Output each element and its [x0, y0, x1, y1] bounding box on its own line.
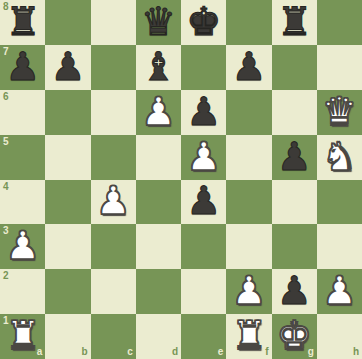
piece-black-pawn[interactable]: ♟ [186, 92, 221, 131]
piece-black-bishop[interactable]: ♝ [141, 47, 176, 86]
square-g8[interactable]: ♜ [272, 0, 317, 45]
piece-white-queen[interactable]: ♛ [322, 92, 357, 131]
square-d1[interactable]: d [136, 314, 181, 359]
square-f5[interactable] [226, 135, 271, 180]
square-b7[interactable]: ♟ [45, 45, 90, 90]
square-a3[interactable]: 3♟ [0, 224, 45, 269]
rank-label-2: 2 [3, 271, 9, 281]
rank-label-4: 4 [3, 182, 9, 192]
square-e1[interactable]: e [181, 314, 226, 359]
square-g5[interactable]: ♟ [272, 135, 317, 180]
square-e6[interactable]: ♟ [181, 90, 226, 135]
square-e4[interactable]: ♟ [181, 180, 226, 225]
piece-black-pawn[interactable]: ♟ [277, 271, 312, 310]
square-c2[interactable] [91, 269, 136, 314]
square-b8[interactable] [45, 0, 90, 45]
square-h5[interactable]: ♞ [317, 135, 362, 180]
square-e2[interactable] [181, 269, 226, 314]
square-e7[interactable] [181, 45, 226, 90]
square-h3[interactable] [317, 224, 362, 269]
square-f7[interactable]: ♟ [226, 45, 271, 90]
square-f4[interactable] [226, 180, 271, 225]
piece-black-rook[interactable]: ♜ [5, 2, 40, 41]
piece-white-pawn[interactable]: ♟ [5, 226, 40, 265]
square-c7[interactable] [91, 45, 136, 90]
piece-white-knight[interactable]: ♞ [322, 137, 357, 176]
square-e5[interactable]: ♟ [181, 135, 226, 180]
square-d2[interactable] [136, 269, 181, 314]
square-g2[interactable]: ♟ [272, 269, 317, 314]
chess-board: 8♜♛♚♜7♟♟♝♟6♟♟♛5♟♟♞4♟♟3♟2♟♟♟1a♜bcdef♜g♚h [0, 0, 362, 359]
square-a6[interactable]: 6 [0, 90, 45, 135]
square-f8[interactable] [226, 0, 271, 45]
piece-black-pawn[interactable]: ♟ [50, 47, 85, 86]
square-a5[interactable]: 5 [0, 135, 45, 180]
file-label-c: c [127, 347, 133, 357]
square-d6[interactable]: ♟ [136, 90, 181, 135]
square-c6[interactable] [91, 90, 136, 135]
square-b1[interactable]: b [45, 314, 90, 359]
rank-label-6: 6 [3, 92, 9, 102]
square-b4[interactable] [45, 180, 90, 225]
piece-black-king[interactable]: ♚ [186, 2, 221, 41]
square-b2[interactable] [45, 269, 90, 314]
square-g3[interactable] [272, 224, 317, 269]
square-h6[interactable]: ♛ [317, 90, 362, 135]
square-b6[interactable] [45, 90, 90, 135]
square-h1[interactable]: h [317, 314, 362, 359]
square-e3[interactable] [181, 224, 226, 269]
square-a8[interactable]: 8♜ [0, 0, 45, 45]
piece-black-pawn[interactable]: ♟ [231, 47, 266, 86]
square-d5[interactable] [136, 135, 181, 180]
square-g1[interactable]: g♚ [272, 314, 317, 359]
piece-white-pawn[interactable]: ♟ [322, 271, 357, 310]
square-h2[interactable]: ♟ [317, 269, 362, 314]
piece-black-pawn[interactable]: ♟ [186, 181, 221, 220]
piece-white-pawn[interactable]: ♟ [186, 137, 221, 176]
square-e8[interactable]: ♚ [181, 0, 226, 45]
piece-white-pawn[interactable]: ♟ [141, 92, 176, 131]
square-d7[interactable]: ♝ [136, 45, 181, 90]
square-d3[interactable] [136, 224, 181, 269]
square-d8[interactable]: ♛ [136, 0, 181, 45]
square-a4[interactable]: 4 [0, 180, 45, 225]
file-label-b: b [81, 347, 87, 357]
square-h7[interactable] [317, 45, 362, 90]
piece-white-rook[interactable]: ♜ [231, 316, 266, 355]
square-d4[interactable] [136, 180, 181, 225]
square-f1[interactable]: f♜ [226, 314, 271, 359]
square-c3[interactable] [91, 224, 136, 269]
piece-white-king[interactable]: ♚ [277, 316, 312, 355]
square-h8[interactable] [317, 0, 362, 45]
square-c4[interactable]: ♟ [91, 180, 136, 225]
square-a7[interactable]: 7♟ [0, 45, 45, 90]
rank-label-5: 5 [3, 137, 9, 147]
square-f2[interactable]: ♟ [226, 269, 271, 314]
square-g4[interactable] [272, 180, 317, 225]
square-b5[interactable] [45, 135, 90, 180]
piece-white-pawn[interactable]: ♟ [231, 271, 266, 310]
piece-black-rook[interactable]: ♜ [277, 2, 312, 41]
square-g6[interactable] [272, 90, 317, 135]
square-g7[interactable] [272, 45, 317, 90]
square-a2[interactable]: 2 [0, 269, 45, 314]
square-c8[interactable] [91, 0, 136, 45]
piece-black-pawn[interactable]: ♟ [5, 47, 40, 86]
square-a1[interactable]: 1a♜ [0, 314, 45, 359]
square-h4[interactable] [317, 180, 362, 225]
square-c5[interactable] [91, 135, 136, 180]
square-f3[interactable] [226, 224, 271, 269]
piece-white-pawn[interactable]: ♟ [96, 181, 131, 220]
file-label-h: h [353, 347, 359, 357]
square-b3[interactable] [45, 224, 90, 269]
piece-white-rook[interactable]: ♜ [5, 316, 40, 355]
file-label-e: e [218, 347, 224, 357]
piece-black-queen[interactable]: ♛ [141, 2, 176, 41]
square-f6[interactable] [226, 90, 271, 135]
file-label-d: d [172, 347, 178, 357]
piece-black-pawn[interactable]: ♟ [277, 137, 312, 176]
square-c1[interactable]: c [91, 314, 136, 359]
